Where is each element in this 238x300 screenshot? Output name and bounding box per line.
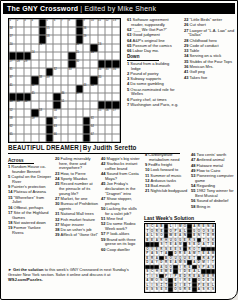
clue-number: 27 xyxy=(55,196,61,201)
clue-number: 28 xyxy=(184,38,190,43)
grid-cell[interactable] xyxy=(16,109,23,117)
grid-cell[interactable]: 28 xyxy=(16,60,23,68)
grid-cell[interactable] xyxy=(31,134,38,142)
clue-number: 2 xyxy=(127,71,130,76)
grid-cell[interactable]: 32 xyxy=(53,68,60,76)
grid-cell[interactable] xyxy=(83,60,90,68)
grid-cell[interactable] xyxy=(61,109,68,117)
black-cell xyxy=(46,125,53,133)
cell-number: 56 xyxy=(105,109,108,112)
grid-cell[interactable] xyxy=(105,44,112,52)
grid-cell[interactable]: 45 xyxy=(31,93,38,101)
grid-cell[interactable] xyxy=(68,125,75,133)
cell-number: 36 xyxy=(113,68,116,71)
cell-number: 16 xyxy=(83,27,86,30)
grid-cell[interactable]: 51 xyxy=(61,101,68,109)
grid-cell[interactable]: 56 xyxy=(105,109,112,117)
cell-number: 4 xyxy=(32,19,34,22)
cell-number: 58 xyxy=(9,117,12,120)
grid-cell[interactable] xyxy=(90,35,97,43)
cell-number: 10 xyxy=(91,19,94,22)
clue-number: 10 xyxy=(145,167,151,172)
cell-number: 42 xyxy=(32,84,35,87)
down-clue: 21 Nightclub bodyguard xyxy=(145,189,188,194)
cell-number: 19 xyxy=(83,35,86,38)
across-clue: 42 Starbucks instant coffee brand xyxy=(101,162,142,171)
grid-cell[interactable] xyxy=(16,125,23,133)
black-cell xyxy=(83,125,90,133)
cell-number: 45 xyxy=(32,92,35,95)
clue-number: 59 xyxy=(101,237,107,242)
cell-number: 48 xyxy=(9,100,12,103)
grid-cell[interactable] xyxy=(24,134,31,142)
last-week-solution-title: Last Week's Solution xyxy=(144,215,215,222)
across-clue: 60 Coop dweller xyxy=(101,248,142,253)
grid-cell[interactable] xyxy=(24,35,31,43)
grid-cell[interactable] xyxy=(112,134,119,142)
black-cell xyxy=(53,93,60,101)
clue-number: 58 xyxy=(191,204,197,209)
clue-number: 11 xyxy=(145,173,150,178)
newspaper-clipping: The GNY Crossword|Edited by Mike Shenk 1… xyxy=(0,0,238,300)
grid-cell[interactable] xyxy=(68,93,75,101)
grid-cell[interactable] xyxy=(53,52,60,60)
grid-cell[interactable]: 29 xyxy=(24,60,31,68)
grid-cell[interactable] xyxy=(98,85,105,93)
grid-cell[interactable]: 4 xyxy=(31,19,38,27)
grid-cell[interactable] xyxy=(83,101,90,109)
grid-cell[interactable]: 43 xyxy=(83,85,90,93)
grid-cell[interactable]: 12 xyxy=(105,19,112,27)
clue-number: 42 xyxy=(101,161,107,166)
grid-cell[interactable] xyxy=(83,109,90,117)
grid-cell[interactable] xyxy=(61,27,68,35)
clue-number: 8 xyxy=(145,152,148,157)
clue-number: 5 xyxy=(127,87,130,92)
clue-number: 65 xyxy=(127,43,133,48)
grid-cell[interactable] xyxy=(98,93,105,101)
cell-number: 11 xyxy=(98,19,101,22)
clue-number: 4 xyxy=(127,81,130,86)
clue-column-3: 40 Maggie's big sister42 Starbucks insta… xyxy=(101,157,142,253)
clue-number: 57 xyxy=(101,231,107,236)
cell-number: 55 xyxy=(98,109,101,112)
last-week-solution-grid: SCABLIMOARENATOREOPALGOOSEALSOWEANENTERB… xyxy=(144,223,216,293)
down-clue: 43 Takes five xyxy=(184,76,235,81)
black-cell xyxy=(46,117,53,125)
clue-number: 7 xyxy=(127,102,130,107)
grid-cell[interactable] xyxy=(105,52,112,60)
cell-number: 31 xyxy=(9,68,12,71)
grid-cell[interactable] xyxy=(31,68,38,76)
grid-cell[interactable] xyxy=(31,27,38,35)
grid-cell[interactable] xyxy=(16,35,23,43)
grid-cell[interactable] xyxy=(68,76,75,84)
down-clue: 27 Lawyer of "L.A. Law" and "Dallas" xyxy=(184,29,235,38)
grid-cell[interactable] xyxy=(16,117,23,125)
grid-cell[interactable]: 57 xyxy=(112,109,119,117)
grid-cell[interactable] xyxy=(76,109,83,117)
down-clue: 5 Oscar-nominated role for Welles xyxy=(127,88,180,97)
across-clue: 25 Record number at the pinnacle of its … xyxy=(55,182,98,196)
black-cell xyxy=(46,134,53,142)
clue-number: 44 xyxy=(101,171,107,176)
grid-cell[interactable]: 13 xyxy=(112,19,119,27)
puzzle-name: BEAUTIFUL DREAMER xyxy=(8,144,79,151)
across-clue: 19 Former Yankee Rivera xyxy=(8,226,52,235)
clue-number: 13 xyxy=(145,183,151,188)
grid-cell[interactable] xyxy=(112,35,119,43)
cell-number: 12 xyxy=(105,19,108,22)
grid-cell[interactable] xyxy=(39,117,46,125)
grid-cell[interactable] xyxy=(16,68,23,76)
grid-cell[interactable] xyxy=(83,68,90,76)
grid-cell[interactable] xyxy=(90,60,97,68)
grid-cell[interactable] xyxy=(83,52,90,60)
grid-cell[interactable]: 55 xyxy=(98,109,105,117)
grid-cell[interactable] xyxy=(24,125,31,133)
grid-cell[interactable] xyxy=(53,44,60,52)
grid-cell[interactable]: 40 xyxy=(98,76,105,84)
clue-number: 1 xyxy=(127,61,130,66)
grid-cell[interactable]: 10 xyxy=(90,19,97,27)
clue-number: 6 xyxy=(127,97,130,102)
grid-cell[interactable]: 66 xyxy=(53,134,60,142)
cell-number: 33 xyxy=(69,68,72,71)
grid-cell[interactable] xyxy=(105,134,112,142)
grid-cell[interactable] xyxy=(112,93,119,101)
grid-cell[interactable] xyxy=(46,85,53,93)
grid-cell[interactable]: 20 xyxy=(9,44,16,52)
grid-cell[interactable] xyxy=(112,44,119,52)
grid-cell[interactable]: 50 xyxy=(24,101,31,109)
grid-cell[interactable] xyxy=(68,117,75,125)
cell-number: 67 xyxy=(91,133,94,136)
grid-cell[interactable] xyxy=(105,125,112,133)
masthead-title: The GNY Crossword xyxy=(7,5,78,12)
grid-cell[interactable] xyxy=(24,109,31,117)
down-clue: 1 Sound from a building ledge xyxy=(127,62,180,71)
clue-number: 27 xyxy=(184,28,190,33)
black-cell xyxy=(76,19,83,27)
clue-number: 64 xyxy=(127,38,133,43)
grid-cell[interactable] xyxy=(16,27,23,35)
cell-number: 3 xyxy=(24,19,26,22)
grid-cell[interactable]: 36 xyxy=(112,68,119,76)
clue-number: 31 xyxy=(55,211,61,216)
grid-cell[interactable] xyxy=(112,52,119,60)
puzzle-byline: By Judith Seretto xyxy=(83,144,137,151)
grid-cell[interactable] xyxy=(61,117,68,125)
clue-number: 49 xyxy=(191,168,197,173)
clue-column-1: Across1 Random House co-founder Bennett5… xyxy=(8,157,52,236)
footer-link[interactable]: WSJ.com/Puzzles. xyxy=(8,277,43,282)
cell-number: 2 xyxy=(17,19,19,22)
grid-cell[interactable] xyxy=(105,117,112,125)
clue-number: 24 xyxy=(55,176,61,181)
down-clue: 7 Washington and Paris, e.g. xyxy=(127,103,180,108)
across-clue: 5 Capital on the Dnieper River xyxy=(8,175,52,184)
grid-cell[interactable]: 47 xyxy=(76,93,83,101)
grid-cell[interactable] xyxy=(53,85,60,93)
cell-number: 1 xyxy=(9,19,11,22)
grid-cell[interactable]: 59 xyxy=(31,117,38,125)
grid-cell[interactable] xyxy=(16,44,23,52)
cell-number: 32 xyxy=(54,68,57,71)
clue-number: 61 xyxy=(127,17,133,22)
grid-cell[interactable]: 44 xyxy=(90,85,97,93)
grid-cell[interactable]: 67 xyxy=(90,134,97,142)
grid-cell[interactable]: 35 xyxy=(105,68,112,76)
grid-cell[interactable] xyxy=(24,85,31,93)
grid-cell[interactable]: 3 xyxy=(24,19,31,27)
clue-number: 53 xyxy=(191,173,197,178)
across-clue: 52 Do some Rodeo Week work? xyxy=(101,222,142,231)
grid-cell[interactable] xyxy=(112,125,119,133)
cell-number: 24 xyxy=(32,51,35,54)
clue-number: 39 xyxy=(55,232,61,237)
grid-cell[interactable] xyxy=(53,35,60,43)
cell-number: 5 xyxy=(46,19,48,22)
clue-number: 22 xyxy=(184,17,190,22)
grid-cell[interactable] xyxy=(39,134,46,142)
grid-cell[interactable] xyxy=(68,44,75,52)
grid-cell[interactable]: 6 xyxy=(53,19,60,27)
grid-cell[interactable]: 7 xyxy=(61,19,68,27)
clue-number: 46 xyxy=(191,152,197,157)
clue-number: 41 xyxy=(184,69,190,74)
grid-cell[interactable]: 19 xyxy=(83,35,90,43)
grid-cell[interactable]: 41 xyxy=(9,85,16,93)
clue-number: 21 xyxy=(145,188,151,193)
grid-cell[interactable] xyxy=(24,68,31,76)
grid-cell[interactable] xyxy=(68,134,75,142)
clue-number: 47 xyxy=(191,157,197,162)
grid-cell[interactable] xyxy=(68,27,75,35)
grid-cell[interactable]: 21 xyxy=(39,44,46,52)
across-clue: 15 "Wherefore" from Juliet xyxy=(8,196,52,205)
grid-cell[interactable]: 33 xyxy=(68,68,75,76)
grid-cell[interactable]: 49 xyxy=(16,101,23,109)
grid-cell[interactable] xyxy=(68,35,75,43)
grid-cell[interactable] xyxy=(16,85,23,93)
grid-cell[interactable] xyxy=(112,76,119,84)
grid-cell[interactable] xyxy=(98,125,105,133)
cell-number: 35 xyxy=(105,68,108,71)
across-clue: 61 Software agreement reader, supposedly xyxy=(127,18,180,27)
grid-cell[interactable] xyxy=(83,93,90,101)
cell-number: 13 xyxy=(113,19,116,22)
clue-number: 63 xyxy=(127,32,133,37)
grid-cell[interactable]: 38 xyxy=(39,76,46,84)
cell-number: 39 xyxy=(46,76,49,79)
grid-cell[interactable] xyxy=(98,117,105,125)
cell-number: 62 xyxy=(9,125,12,128)
cell-number: 9 xyxy=(83,19,85,22)
cell-number: 23 xyxy=(98,43,101,46)
clue-number: 1 xyxy=(8,164,11,169)
grid-cell[interactable] xyxy=(24,44,31,52)
grid-cell[interactable]: 26 xyxy=(90,52,97,60)
clue-number: 45 xyxy=(101,181,107,186)
clue-number: 18 xyxy=(8,220,14,225)
cell-number: 7 xyxy=(61,19,63,22)
grid-cell[interactable] xyxy=(68,101,75,109)
grid-cell[interactable] xyxy=(53,76,60,84)
grid-cell[interactable] xyxy=(53,27,60,35)
grid-cell[interactable] xyxy=(31,35,38,43)
grid-cell[interactable] xyxy=(90,101,97,109)
grid-cell[interactable] xyxy=(46,52,53,60)
cell-number: 30 xyxy=(76,60,79,63)
grid-cell[interactable] xyxy=(31,125,38,133)
grid-cell[interactable] xyxy=(46,44,53,52)
across-clue: 44 Sound from Costa Maya? xyxy=(101,172,142,181)
across-clue: 20 Failing miserably here, there and eve… xyxy=(55,157,98,171)
solution-letter-cell: S xyxy=(211,287,216,292)
grid-cell[interactable]: 30 xyxy=(76,60,83,68)
grid-cell[interactable] xyxy=(61,68,68,76)
grid-cell[interactable] xyxy=(105,85,112,93)
clue-number: 38 xyxy=(55,227,61,232)
grid-cell[interactable] xyxy=(24,27,31,35)
cell-number: 66 xyxy=(54,133,57,136)
grid-cell[interactable]: 53 xyxy=(39,109,46,117)
clue-number: 14 xyxy=(8,189,14,194)
grid-cell[interactable] xyxy=(61,52,68,60)
grid-cell[interactable] xyxy=(68,85,75,93)
grid-cell[interactable] xyxy=(105,27,112,35)
masthead-subtitle: Edited by Mike Shenk xyxy=(84,5,156,12)
clue-number: 23 xyxy=(55,171,61,176)
grid-cell[interactable] xyxy=(61,60,68,68)
cell-number: 63 xyxy=(54,125,57,128)
grid-cell[interactable] xyxy=(61,35,68,43)
grid-cell[interactable] xyxy=(98,52,105,60)
grid-cell[interactable] xyxy=(76,68,83,76)
grid-cell[interactable]: 11 xyxy=(98,19,105,27)
grid-cell[interactable] xyxy=(76,117,83,125)
grid-cell[interactable] xyxy=(105,35,112,43)
grid-cell[interactable] xyxy=(24,117,31,125)
clue-number: 43 xyxy=(184,75,190,80)
grid-cell[interactable]: 8 xyxy=(68,19,75,27)
clue-number: 29 xyxy=(184,43,190,48)
cell-number: 17 xyxy=(9,35,12,38)
crossword-grid[interactable]: 1234567891011121314151617181920212223242… xyxy=(8,18,121,143)
cell-number: 26 xyxy=(91,51,94,54)
grid-cell[interactable] xyxy=(105,93,112,101)
cell-number: 44 xyxy=(91,84,94,87)
grid-cell[interactable] xyxy=(31,101,38,109)
grid-cell[interactable]: 18 xyxy=(46,35,53,43)
grid-cell[interactable] xyxy=(61,134,68,142)
across-clue: 45 Joe Friday's declaration in the "Drag… xyxy=(101,182,142,196)
grid-cell[interactable] xyxy=(46,101,53,109)
cell-number: 20 xyxy=(9,43,12,46)
grid-cell[interactable] xyxy=(76,125,83,133)
grid-cell[interactable] xyxy=(83,44,90,52)
grid-cell[interactable] xyxy=(76,134,83,142)
grid-cell[interactable] xyxy=(39,93,46,101)
grid-cell[interactable] xyxy=(98,27,105,35)
grid-cell[interactable]: 39 xyxy=(46,76,53,84)
cell-number: 6 xyxy=(54,19,56,22)
grid-cell[interactable] xyxy=(76,76,83,84)
cell-number: 47 xyxy=(76,92,79,95)
cell-number: 57 xyxy=(113,109,116,112)
down-clue: 58 Bring in xyxy=(191,205,235,210)
cell-number: 53 xyxy=(39,109,42,112)
grid-cell[interactable]: 24 xyxy=(31,52,38,60)
grid-cell[interactable] xyxy=(24,76,31,84)
grid-cell[interactable] xyxy=(90,27,97,35)
grid-cell[interactable] xyxy=(39,60,46,68)
clue-column-right-2: 22 "Little Birds" writer26 Cut short27 L… xyxy=(184,18,235,81)
grid-cell[interactable] xyxy=(61,44,68,52)
black-cell xyxy=(83,134,90,142)
grid-cell[interactable] xyxy=(112,117,119,125)
clue-number: 30 xyxy=(55,201,61,206)
grid-cell[interactable] xyxy=(46,109,53,117)
cell-number: 61 xyxy=(91,117,94,120)
grid-cell[interactable] xyxy=(90,93,97,101)
clue-number: 62 xyxy=(127,27,133,32)
across-clue: 39 Affleck of "Gone Girl" xyxy=(55,233,98,238)
clue-number: 33 xyxy=(184,48,190,53)
grid-cell[interactable] xyxy=(16,134,23,142)
grid-cell[interactable] xyxy=(39,85,46,93)
clue-number: 56 xyxy=(191,198,197,203)
grid-cell[interactable] xyxy=(61,76,68,84)
clue-number: 19 xyxy=(8,225,14,230)
clue-number: 52 xyxy=(101,221,107,226)
grid-cell[interactable] xyxy=(105,76,112,84)
black-cell xyxy=(68,52,75,60)
grid-cell[interactable] xyxy=(112,27,119,35)
grid-cell[interactable] xyxy=(112,85,119,93)
grid-cell[interactable] xyxy=(39,125,46,133)
cell-number: 51 xyxy=(61,100,64,103)
grid-cell[interactable]: 2 xyxy=(16,19,23,27)
grid-cell[interactable] xyxy=(46,60,53,68)
grid-cell[interactable] xyxy=(76,101,83,109)
cell-number: 52 xyxy=(9,109,12,112)
grid-cell[interactable] xyxy=(46,93,53,101)
grid-cell[interactable] xyxy=(31,60,38,68)
grid-cell[interactable]: 65 xyxy=(9,134,16,142)
grid-cell[interactable] xyxy=(39,52,46,60)
cell-number: 8 xyxy=(69,19,71,22)
grid-cell[interactable]: 23 xyxy=(98,44,105,52)
grid-cell[interactable] xyxy=(16,76,23,84)
black-cell xyxy=(76,27,83,35)
cell-number: 15 xyxy=(46,27,49,30)
cell-number: 38 xyxy=(39,76,42,79)
grid-cell[interactable] xyxy=(90,68,97,76)
grid-cell[interactable] xyxy=(98,134,105,142)
grid-cell[interactable] xyxy=(68,109,75,117)
grid-cell[interactable] xyxy=(61,125,68,133)
clue-number: 48 xyxy=(191,163,197,168)
clue-column-4: 8 Carbohydrate metabolism need9 FedEx fr… xyxy=(145,153,188,195)
across-clue: 59 Brand with three geese on its logo xyxy=(101,238,142,247)
across-clue: 17 Site of the Highland Games xyxy=(8,211,52,220)
clue-number: 25 xyxy=(55,181,61,186)
cell-number: 27 xyxy=(9,60,12,63)
clue-number: 17 xyxy=(8,210,14,215)
clue-number: 26 xyxy=(184,22,190,27)
